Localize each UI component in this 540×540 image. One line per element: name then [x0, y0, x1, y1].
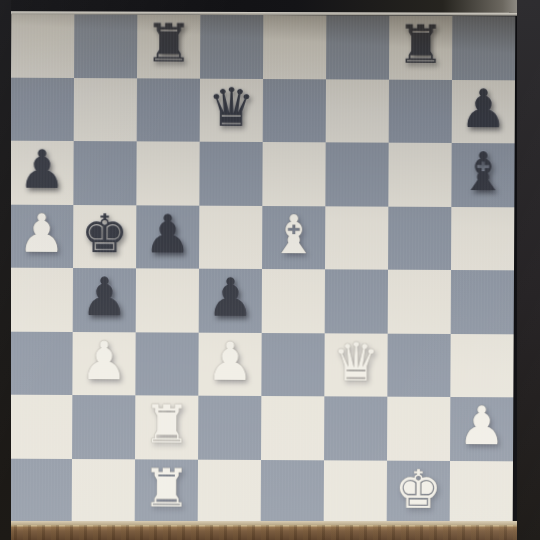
piece-black-pawn[interactable]: ♟: [199, 266, 262, 330]
square-g3[interactable]: [387, 333, 450, 397]
square-b7[interactable]: [74, 78, 137, 142]
square-c7[interactable]: [137, 78, 200, 142]
square-f6[interactable]: [325, 142, 388, 206]
square-g1[interactable]: ♚: [387, 460, 450, 524]
square-c1[interactable]: ♜: [135, 459, 198, 523]
square-d2[interactable]: [198, 396, 261, 460]
square-c4[interactable]: [136, 268, 199, 332]
square-h7[interactable]: ♟: [452, 79, 515, 143]
square-d8[interactable]: [200, 15, 263, 79]
piece-white-queen[interactable]: ♛: [324, 330, 387, 394]
square-e2[interactable]: [261, 396, 324, 460]
square-d1[interactable]: [198, 459, 261, 523]
piece-white-pawn[interactable]: ♟: [10, 201, 73, 265]
square-b5[interactable]: ♚: [73, 205, 136, 269]
square-f3[interactable]: ♛: [324, 333, 387, 397]
piece-black-rook[interactable]: ♜: [137, 11, 200, 75]
piece-white-rook[interactable]: ♜: [135, 392, 198, 456]
square-d4[interactable]: ♟: [199, 269, 262, 333]
square-f1[interactable]: [324, 460, 387, 524]
square-g2[interactable]: [387, 397, 450, 461]
screen-bezel-right: [517, 0, 540, 540]
piece-black-queen[interactable]: ♛: [200, 75, 263, 139]
square-e7[interactable]: [263, 79, 326, 143]
piece-black-pawn[interactable]: ♟: [73, 265, 136, 329]
square-h4[interactable]: [451, 270, 514, 334]
screen-bezel-left: [0, 0, 11, 540]
square-d3[interactable]: ♟: [198, 332, 261, 396]
square-h2[interactable]: ♟: [450, 397, 513, 461]
square-b1[interactable]: [72, 459, 135, 523]
square-b4[interactable]: ♟: [73, 268, 136, 332]
square-g7[interactable]: [389, 79, 452, 143]
square-d7[interactable]: ♛: [200, 78, 263, 142]
square-e1[interactable]: [261, 459, 324, 523]
piece-black-rook[interactable]: ♜: [389, 13, 452, 77]
piece-white-pawn[interactable]: ♟: [72, 329, 135, 393]
square-h5[interactable]: [451, 206, 514, 270]
square-f8[interactable]: [326, 15, 389, 79]
piece-white-king[interactable]: ♚: [387, 457, 450, 521]
square-c6[interactable]: [136, 141, 199, 205]
square-d6[interactable]: [199, 142, 262, 206]
piece-black-king[interactable]: ♚: [73, 202, 136, 266]
square-b2[interactable]: [72, 395, 135, 459]
piece-black-bishop[interactable]: ♝: [451, 140, 514, 204]
chess-board: ♜♜♛♟♟♝♟♚♟♝♟♟♟♟♛♜♟♜♚: [9, 14, 516, 525]
square-a5[interactable]: ♟: [10, 204, 73, 268]
square-g5[interactable]: [388, 206, 451, 270]
piece-white-pawn[interactable]: ♟: [198, 329, 261, 393]
square-h8[interactable]: [452, 16, 515, 80]
piece-white-pawn[interactable]: ♟: [450, 394, 513, 458]
square-d5[interactable]: [199, 205, 262, 269]
piece-black-pawn[interactable]: ♟: [10, 138, 73, 202]
square-g4[interactable]: [388, 270, 451, 334]
square-c3[interactable]: [135, 332, 198, 396]
piece-white-rook[interactable]: ♜: [135, 456, 198, 520]
square-a2[interactable]: [9, 395, 72, 459]
square-f2[interactable]: [324, 396, 387, 460]
square-e5[interactable]: ♝: [262, 206, 325, 270]
board-area: ♜♜♛♟♟♝♟♚♟♝♟♟♟♟♛♜♟♜♚: [9, 14, 516, 525]
square-b3[interactable]: ♟: [72, 332, 135, 396]
square-c8[interactable]: ♜: [137, 14, 200, 78]
board-bottom-edge-line: [11, 521, 517, 525]
square-e3[interactable]: [261, 332, 324, 396]
square-a3[interactable]: [9, 331, 72, 395]
square-a6[interactable]: ♟: [10, 141, 73, 205]
square-f5[interactable]: [325, 206, 388, 270]
square-b8[interactable]: [74, 14, 137, 78]
square-a7[interactable]: [11, 77, 74, 141]
piece-white-bishop[interactable]: ♝: [262, 203, 325, 267]
piece-black-pawn[interactable]: ♟: [452, 76, 515, 140]
square-a1[interactable]: [9, 458, 72, 522]
square-e8[interactable]: [263, 15, 326, 79]
square-a4[interactable]: [10, 268, 73, 332]
square-c5[interactable]: ♟: [136, 205, 199, 269]
square-c2[interactable]: ♜: [135, 395, 198, 459]
square-f7[interactable]: [326, 79, 389, 143]
square-f4[interactable]: [325, 269, 388, 333]
desk-wood-strip: [0, 524, 540, 540]
square-g8[interactable]: ♜: [389, 16, 452, 80]
square-e4[interactable]: [262, 269, 325, 333]
square-g6[interactable]: [388, 143, 451, 207]
square-h1[interactable]: [450, 460, 513, 524]
square-a8[interactable]: [11, 14, 74, 78]
piece-black-pawn[interactable]: ♟: [136, 202, 199, 266]
square-e6[interactable]: [262, 142, 325, 206]
square-b6[interactable]: [73, 141, 136, 205]
square-h3[interactable]: [450, 333, 513, 397]
square-h6[interactable]: ♝: [451, 143, 514, 207]
